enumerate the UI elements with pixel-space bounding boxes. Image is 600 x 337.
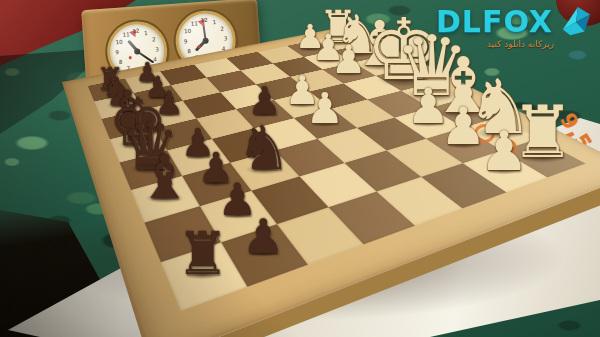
clock-numeral-10: 10 [184, 29, 191, 35]
clock-numeral-10: 10 [116, 40, 123, 46]
piece-black-bishop-c8[interactable]: ♝ [137, 147, 192, 208]
clock-numeral-11: 11 [191, 21, 198, 27]
brand-logo-icon [558, 6, 594, 38]
piece-white-pawn-f2[interactable]: ♟ [331, 40, 366, 79]
clock-numeral-2: 2 [152, 37, 156, 43]
piece-white-pawn-d4[interactable]: ♟ [306, 87, 344, 130]
clock-numeral-9: 9 [115, 50, 119, 56]
clock-numeral-1: 1 [212, 20, 216, 26]
clock-numeral-8: 8 [187, 49, 191, 55]
brand-tagline: زیرکانه دانلود کنید [414, 39, 594, 49]
clock-numeral-3: 3 [155, 47, 159, 53]
clock-numeral-1: 1 [144, 31, 148, 37]
clock-numeral-9: 9 [184, 39, 188, 45]
clock-numeral-2: 2 [220, 27, 224, 33]
clock-numeral-3: 3 [224, 36, 228, 42]
brand-name: DLFOX [436, 7, 553, 37]
piece-black-pawn-a7[interactable]: ♟ [242, 213, 285, 261]
clock-numeral-12: 12 [201, 18, 208, 24]
piece-black-knight-c6[interactable]: ♞ [237, 119, 291, 180]
game-screenshot: 9,5 ♦ 123456789101112 ♦ 123456789101112 … [0, 0, 600, 337]
piece-black-rook-a8[interactable]: ♜ [176, 225, 229, 284]
watermark: DLFOX زیرکانه دانلود کنید [414, 6, 594, 49]
piece-white-pawn-a2[interactable]: ♟ [479, 124, 528, 179]
clock-numeral-11: 11 [122, 32, 129, 38]
clock-numeral-12: 12 [132, 28, 139, 34]
